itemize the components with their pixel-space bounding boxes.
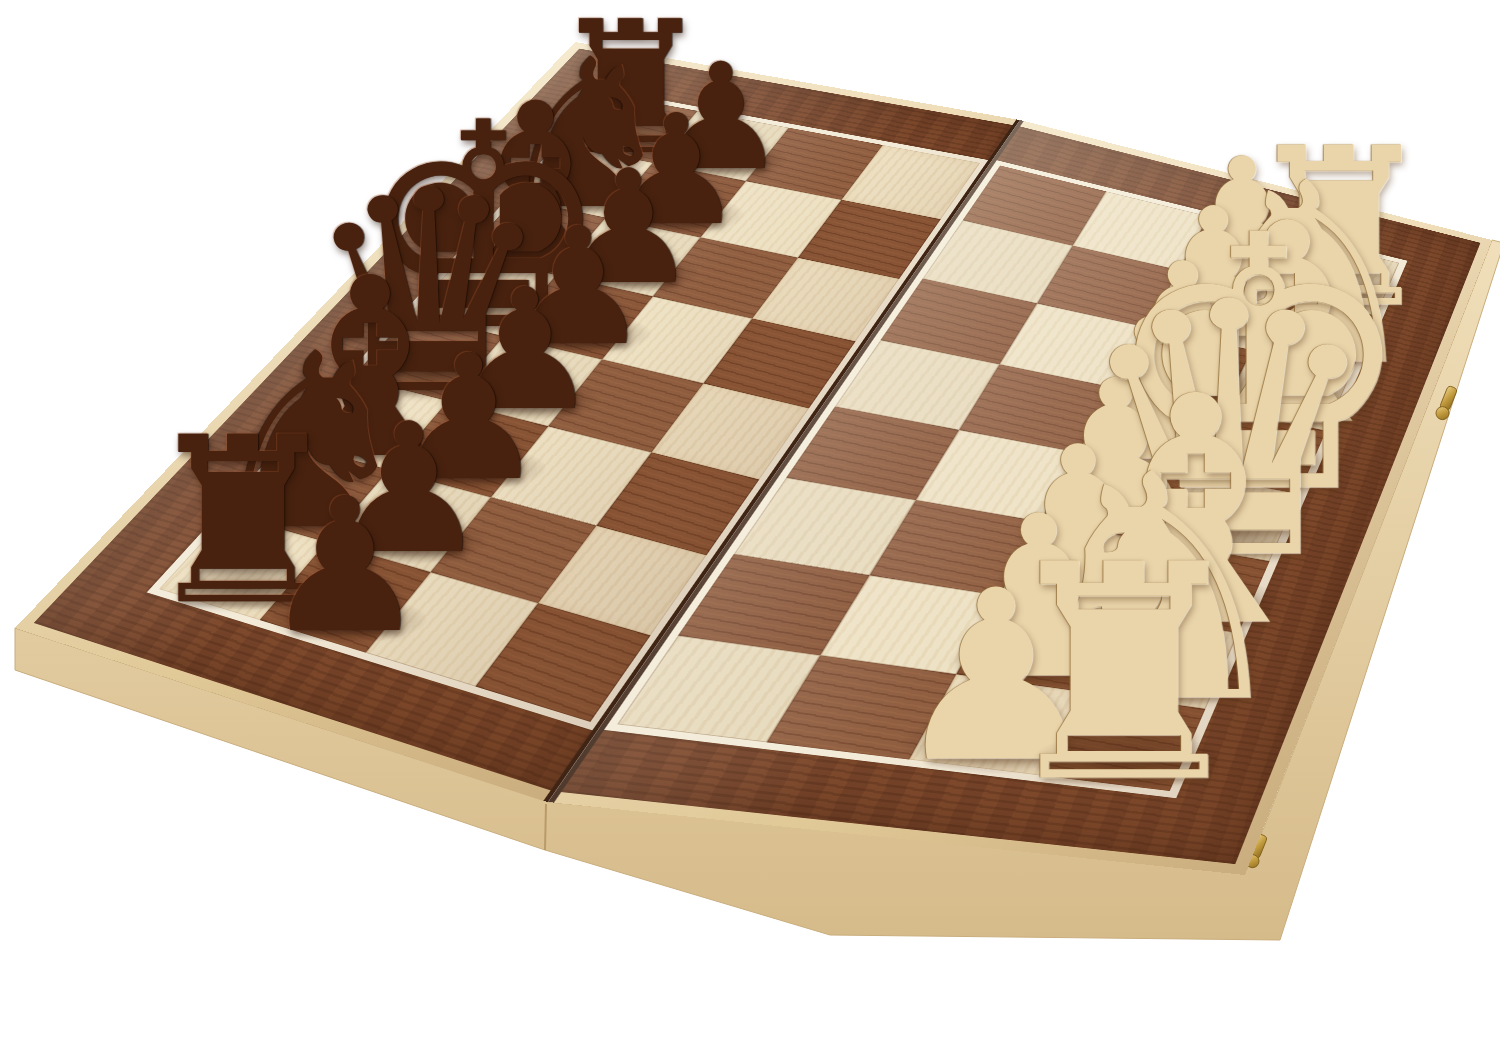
box-side-seam (545, 804, 546, 850)
chess-set-photo: ♜♞♝♛♚♝♞♜♟♟♟♟♟♟♟♟♟♟♟♟♟♟♟♟♜♞♝♛♚♝♞♜ (0, 0, 1500, 1057)
piece-wR-a1[interactable]: ♜ (991, 526, 1257, 823)
piece-bP-a7[interactable]: ♟ (262, 474, 428, 659)
